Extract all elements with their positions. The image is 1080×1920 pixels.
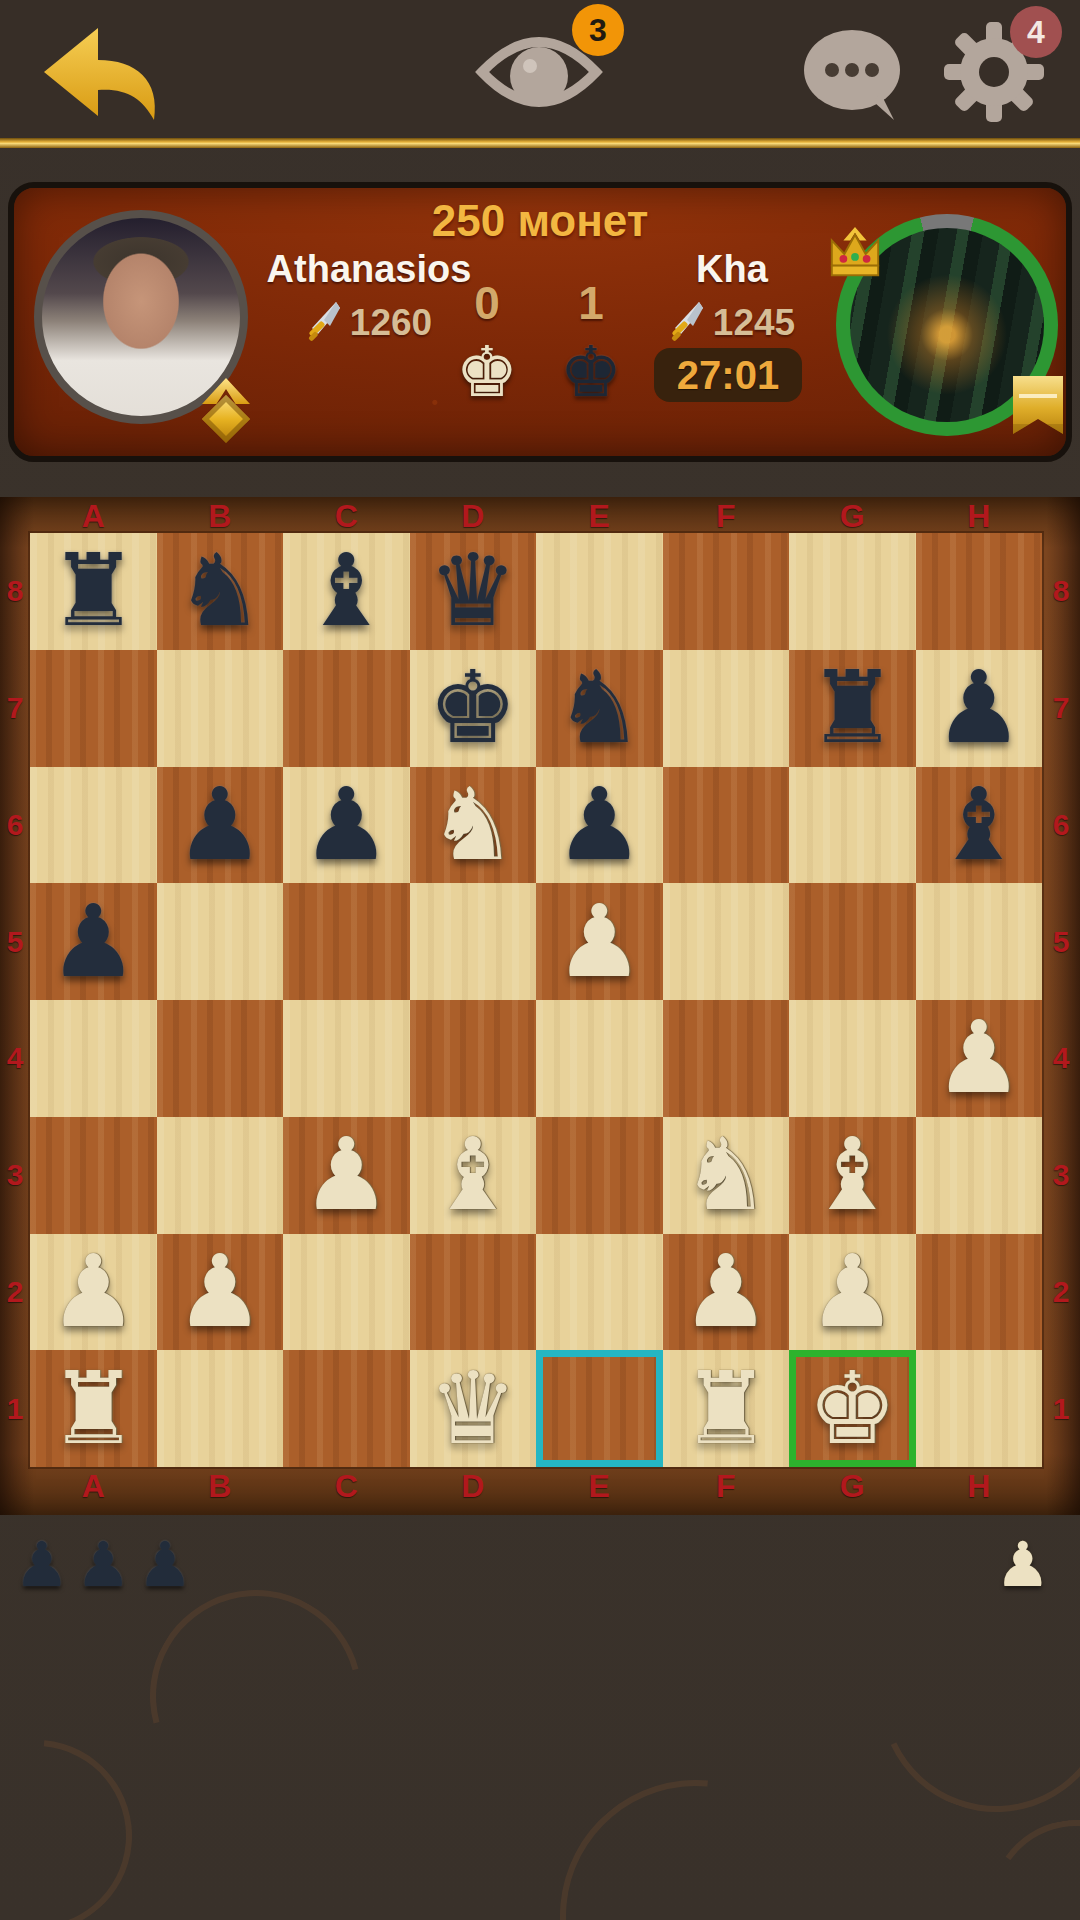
piece-black-bishop[interactable]: ♝ — [934, 775, 1024, 875]
file-label-c: C — [283, 497, 410, 535]
black-player-rating: 1245 — [713, 302, 795, 344]
square-a8[interactable]: ♜ — [30, 533, 157, 650]
file-labels-bottom: ABCDEFGH — [30, 1467, 1042, 1513]
square-e1[interactable] — [536, 1350, 663, 1467]
spectators-button[interactable]: 3 — [472, 20, 606, 124]
square-f1[interactable]: ♜ — [663, 1350, 790, 1467]
piece-black-knight[interactable]: ♞ — [175, 541, 265, 641]
rank-label-4: 4 — [1042, 1000, 1080, 1117]
square-h8[interactable] — [916, 533, 1043, 650]
settings-count-badge: 4 — [1010, 6, 1062, 58]
square-d1[interactable]: ♛ — [410, 1350, 537, 1467]
file-label-a: A — [30, 497, 157, 535]
square-g2[interactable]: ♟ — [789, 1234, 916, 1351]
piece-white-pawn[interactable]: ♟ — [175, 1242, 265, 1342]
sword-icon — [669, 300, 703, 346]
file-label-h: H — [916, 1467, 1043, 1513]
piece-black-pawn[interactable]: ♟ — [175, 775, 265, 875]
captured-white-pawn: ♟ — [995, 1522, 1051, 1608]
square-b7[interactable] — [157, 650, 284, 767]
piece-black-bishop[interactable]: ♝ — [301, 541, 391, 641]
square-e7[interactable]: ♞ — [536, 650, 663, 767]
match-screen: 3 — [0, 0, 1080, 1920]
white-player-name: Athanasios — [252, 248, 486, 291]
square-d4[interactable] — [410, 1000, 537, 1117]
file-label-d: D — [410, 1467, 537, 1513]
square-f4[interactable] — [663, 1000, 790, 1117]
piece-white-pawn[interactable]: ♟ — [934, 1008, 1024, 1108]
file-label-f: F — [663, 497, 790, 535]
ribbon-badge-icon — [1013, 376, 1063, 434]
square-d3[interactable]: ♝ — [410, 1117, 537, 1234]
square-a7[interactable] — [30, 650, 157, 767]
piece-black-rook[interactable]: ♜ — [807, 658, 897, 758]
game-clock: 27:01 — [654, 348, 802, 402]
square-h3[interactable] — [916, 1117, 1043, 1234]
chat-button[interactable] — [800, 28, 910, 120]
square-e6[interactable]: ♟ — [536, 767, 663, 884]
gold-divider — [0, 138, 1080, 148]
captured-black-pawn: ♟ — [137, 1522, 193, 1608]
rank-label-7: 7 — [1042, 650, 1080, 767]
sword-icon — [306, 300, 340, 346]
file-label-a: A — [30, 1467, 157, 1513]
rank-label-3: 3 — [1042, 1117, 1080, 1234]
piece-white-pawn[interactable]: ♟ — [681, 1242, 771, 1342]
piece-white-knight[interactable]: ♞ — [681, 1125, 771, 1225]
file-label-d: D — [410, 497, 537, 535]
spectators-count-badge: 3 — [572, 4, 624, 56]
square-a6[interactable] — [30, 767, 157, 884]
square-g3[interactable]: ♝ — [789, 1117, 916, 1234]
back-button[interactable] — [34, 24, 166, 120]
white-player-rank-badge-icon — [200, 378, 252, 436]
square-h1[interactable] — [916, 1350, 1043, 1467]
file-label-f: F — [663, 1467, 790, 1513]
black-score: 1 — [556, 276, 626, 330]
rank-label-2: 2 — [0, 1234, 30, 1351]
square-e5[interactable]: ♟ — [536, 883, 663, 1000]
captured-black-pawn: ♟ — [14, 1522, 70, 1608]
square-c1[interactable] — [283, 1350, 410, 1467]
chat-bubble-icon — [800, 28, 910, 120]
rank-label-5: 5 — [0, 883, 30, 1000]
piece-black-pawn[interactable]: ♟ — [48, 892, 138, 992]
square-h6[interactable]: ♝ — [916, 767, 1043, 884]
square-b4[interactable] — [157, 1000, 284, 1117]
file-label-b: B — [157, 497, 284, 535]
white-player-rating: 1260 — [350, 302, 432, 344]
square-f2[interactable]: ♟ — [663, 1234, 790, 1351]
rank-label-8: 8 — [1042, 533, 1080, 650]
file-labels-top: ABCDEFGH — [30, 497, 1042, 533]
square-f7[interactable] — [663, 650, 790, 767]
square-a4[interactable] — [30, 1000, 157, 1117]
piece-white-king[interactable]: ♚ — [807, 1359, 897, 1459]
rank-labels-right: 87654321 — [1042, 533, 1080, 1467]
black-player-name: Kha — [642, 248, 822, 291]
settings-button[interactable]: 4 — [944, 22, 1044, 122]
square-g8[interactable] — [789, 533, 916, 650]
rank-labels-left: 87654321 — [0, 533, 30, 1467]
file-label-e: E — [536, 497, 663, 535]
rank-label-6: 6 — [0, 767, 30, 884]
piece-black-king[interactable]: ♚ — [428, 658, 518, 758]
square-h5[interactable] — [916, 883, 1043, 1000]
square-d7[interactable]: ♚ — [410, 650, 537, 767]
square-d5[interactable] — [410, 883, 537, 1000]
piece-white-rook[interactable]: ♜ — [681, 1359, 771, 1459]
square-g5[interactable] — [789, 883, 916, 1000]
piece-black-pawn[interactable]: ♟ — [554, 775, 644, 875]
piece-white-rook[interactable]: ♜ — [48, 1359, 138, 1459]
square-c5[interactable] — [283, 883, 410, 1000]
rank-label-4: 4 — [0, 1000, 30, 1117]
captured-by-black: ♟ — [995, 1522, 1051, 1608]
square-h4[interactable]: ♟ — [916, 1000, 1043, 1117]
square-b2[interactable]: ♟ — [157, 1234, 284, 1351]
rank-label-6: 6 — [1042, 767, 1080, 884]
square-a5[interactable]: ♟ — [30, 883, 157, 1000]
top-bar: 3 — [0, 0, 1080, 138]
square-a3[interactable] — [30, 1117, 157, 1234]
piece-white-bishop[interactable]: ♝ — [807, 1125, 897, 1225]
square-g4[interactable] — [789, 1000, 916, 1117]
square-e3[interactable] — [536, 1117, 663, 1234]
square-c4[interactable] — [283, 1000, 410, 1117]
square-g1[interactable]: ♚ — [789, 1350, 916, 1467]
piece-black-pawn[interactable]: ♟ — [301, 775, 391, 875]
white-player-rating-row: 1260 — [252, 300, 486, 346]
square-c7[interactable] — [283, 650, 410, 767]
rank-label-5: 5 — [1042, 883, 1080, 1000]
square-e8[interactable] — [536, 533, 663, 650]
square-b6[interactable]: ♟ — [157, 767, 284, 884]
square-f5[interactable] — [663, 883, 790, 1000]
square-c2[interactable] — [283, 1234, 410, 1351]
square-f6[interactable] — [663, 767, 790, 884]
file-label-g: G — [789, 497, 916, 535]
square-h2[interactable] — [916, 1234, 1043, 1351]
piece-white-pawn[interactable]: ♟ — [301, 1125, 391, 1225]
square-d8[interactable]: ♛ — [410, 533, 537, 650]
rank-label-1: 1 — [1042, 1350, 1080, 1467]
square-g6[interactable] — [789, 767, 916, 884]
piece-white-pawn[interactable]: ♟ — [48, 1242, 138, 1342]
square-g7[interactable]: ♜ — [789, 650, 916, 767]
file-label-h: H — [916, 497, 1043, 535]
square-b5[interactable] — [157, 883, 284, 1000]
piece-black-queen[interactable]: ♛ — [428, 541, 518, 641]
back-arrow-icon — [34, 24, 166, 120]
square-d6[interactable]: ♞ — [410, 767, 537, 884]
white-king-score-icon: ♚ — [452, 324, 522, 420]
square-c6[interactable]: ♟ — [283, 767, 410, 884]
rank-label-3: 3 — [0, 1117, 30, 1234]
file-label-b: B — [157, 1467, 284, 1513]
rank-label-8: 8 — [0, 533, 30, 650]
square-c8[interactable]: ♝ — [283, 533, 410, 650]
piece-white-bishop[interactable]: ♝ — [428, 1125, 518, 1225]
square-b8[interactable]: ♞ — [157, 533, 284, 650]
file-label-c: C — [283, 1467, 410, 1513]
rank-label-7: 7 — [0, 650, 30, 767]
decor-curl — [976, 1806, 1080, 1920]
square-f8[interactable] — [663, 533, 790, 650]
board-squares: ♜♞♝♛♚♞♜♟♟♟♞♟♝♟♟♟♟♝♞♝♟♟♟♟♜♛♜♚ — [30, 533, 1042, 1467]
square-b3[interactable] — [157, 1117, 284, 1234]
file-label-g: G — [789, 1467, 916, 1513]
captured-black-pawn: ♟ — [76, 1522, 132, 1608]
square-b1[interactable] — [157, 1350, 284, 1467]
piece-white-pawn[interactable]: ♟ — [554, 892, 644, 992]
square-e2[interactable] — [536, 1234, 663, 1351]
captured-by-white: ♟♟♟ — [14, 1522, 193, 1608]
piece-white-knight[interactable]: ♞ — [428, 775, 518, 875]
square-e4[interactable] — [536, 1000, 663, 1117]
rank-label-1: 1 — [0, 1350, 30, 1467]
piece-white-pawn[interactable]: ♟ — [807, 1242, 897, 1342]
square-c3[interactable]: ♟ — [283, 1117, 410, 1234]
captured-pieces-tray: ♟♟♟ ♟ — [0, 1522, 1080, 1612]
square-d2[interactable] — [410, 1234, 537, 1351]
white-score: 0 — [452, 276, 522, 330]
match-info-panel: 250 монет Athanasios 1260 0 1 ♚ ♚ Kha — [8, 182, 1072, 462]
black-king-score-icon: ♚ — [556, 324, 626, 420]
file-label-e: E — [536, 1467, 663, 1513]
black-player-rating-row: 1245 — [642, 300, 822, 346]
decor-curl — [0, 1701, 171, 1920]
piece-black-pawn[interactable]: ♟ — [934, 658, 1024, 758]
rank-label-2: 2 — [1042, 1234, 1080, 1351]
square-a1[interactable]: ♜ — [30, 1350, 157, 1467]
chess-board: ABCDEFGH 87654321 ♜♞♝♛♚♞♜♟♟♟♞♟♝♟♟♟♟♝♞♝♟♟… — [0, 497, 1080, 1515]
decor-curl — [504, 1724, 887, 1920]
square-f3[interactable]: ♞ — [663, 1117, 790, 1234]
square-a2[interactable]: ♟ — [30, 1234, 157, 1351]
piece-white-queen[interactable]: ♛ — [428, 1359, 518, 1459]
piece-black-rook[interactable]: ♜ — [48, 541, 138, 641]
piece-black-knight[interactable]: ♞ — [554, 658, 644, 758]
square-h7[interactable]: ♟ — [916, 650, 1043, 767]
crown-icon — [826, 226, 884, 282]
